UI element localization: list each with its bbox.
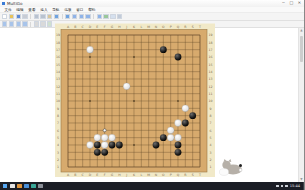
vertical-scrollbar[interactable]: ▲ ▼: [298, 28, 304, 182]
svg-text:19: 19: [208, 33, 212, 37]
svg-text:12: 12: [208, 85, 212, 89]
mini-white-stone: [239, 169, 242, 172]
svg-text:J: J: [125, 173, 127, 177]
svg-text:11: 11: [208, 92, 212, 96]
svg-text:4: 4: [57, 143, 59, 147]
svg-text:4: 4: [209, 143, 211, 147]
white-stone: [101, 142, 108, 149]
white-stone: [167, 134, 174, 141]
black-stone: [175, 54, 182, 61]
app-blue-icon[interactable]: [24, 184, 29, 189]
svg-text:10: 10: [56, 99, 60, 103]
scroll-up-icon[interactable]: ▲: [299, 28, 304, 33]
svg-text:10: 10: [208, 99, 212, 103]
white-stone: [94, 134, 101, 141]
svg-text:1: 1: [209, 165, 211, 169]
svg-text:1: 1: [57, 165, 59, 169]
tray-volume-icon[interactable]: [281, 185, 284, 188]
svg-text:7: 7: [209, 121, 211, 125]
svg-text:3: 3: [209, 151, 211, 155]
svg-text:B: B: [74, 173, 76, 177]
app-orange-icon[interactable]: [17, 184, 22, 189]
svg-text:6: 6: [209, 129, 211, 133]
svg-text:13: 13: [208, 77, 212, 81]
scrollbar-thumb[interactable]: [300, 36, 304, 62]
black-stone: [153, 142, 160, 149]
svg-text:L: L: [140, 173, 142, 177]
svg-text:16: 16: [56, 55, 60, 59]
explorer-icon[interactable]: [10, 184, 15, 189]
svg-text:P: P: [170, 173, 172, 177]
svg-text:2: 2: [209, 158, 211, 162]
white-stone: [87, 142, 94, 149]
svg-text:S: S: [192, 25, 194, 29]
svg-text:7: 7: [57, 121, 59, 125]
app-gray-icon[interactable]: [38, 184, 43, 189]
svg-text:3: 3: [57, 151, 59, 155]
show-desktop-button[interactable]: [303, 182, 305, 190]
svg-text:9: 9: [57, 107, 59, 111]
white-stone: [167, 127, 174, 134]
mini-black-stone: [239, 164, 242, 167]
white-stone: [182, 105, 189, 112]
svg-text:5: 5: [57, 136, 59, 140]
svg-text:11: 11: [56, 92, 60, 96]
svg-text:6: 6: [57, 129, 59, 133]
svg-text:M: M: [147, 173, 150, 177]
taskbar-clock[interactable]: 15:44: [290, 182, 300, 190]
black-stone: [189, 112, 196, 119]
svg-text:14: 14: [56, 70, 60, 74]
system-tray: 15:44: [276, 182, 300, 190]
svg-text:14: 14: [208, 70, 212, 74]
svg-text:19: 19: [56, 33, 60, 37]
white-stone: [109, 134, 116, 141]
black-stone: [160, 134, 167, 141]
start-button[interactable]: [3, 184, 7, 188]
svg-text:E: E: [96, 25, 98, 29]
svg-text:18: 18: [208, 41, 212, 45]
white-stone: [101, 134, 108, 141]
svg-text:L: L: [140, 25, 142, 29]
svg-text:8: 8: [209, 114, 211, 118]
white-stone: [123, 83, 130, 90]
black-stone: [175, 149, 182, 156]
svg-text:17: 17: [208, 48, 212, 52]
svg-text:F: F: [104, 173, 106, 177]
svg-text:J: J: [125, 25, 127, 29]
black-stone: [94, 142, 101, 149]
svg-text:8: 8: [57, 114, 59, 118]
black-stone: [94, 149, 101, 156]
svg-text:5: 5: [209, 136, 211, 140]
black-stone: [101, 149, 108, 156]
svg-text:T: T: [198, 25, 201, 29]
svg-text:12: 12: [56, 85, 60, 89]
svg-text:M: M: [147, 25, 150, 29]
svg-text:2: 2: [57, 158, 59, 162]
svg-text:18: 18: [56, 41, 60, 45]
desktop: MultiGo ─ □ ✕ 文件编辑查看插入导航选项窗口帮助 AABBCCDDE…: [0, 0, 304, 190]
svg-text:17: 17: [56, 48, 60, 52]
svg-text:16: 16: [208, 55, 212, 59]
tray-battery-icon[interactable]: [285, 185, 288, 188]
cat-figurine: [219, 159, 242, 175]
white-stone: [175, 120, 182, 127]
svg-text:9: 9: [209, 107, 211, 111]
black-stone: [116, 142, 123, 149]
taskbar: 15:44: [0, 182, 304, 190]
tray-network-icon[interactable]: [276, 185, 279, 188]
black-stone: [109, 142, 116, 149]
svg-text:15: 15: [208, 63, 212, 67]
svg-text:E: E: [96, 173, 98, 177]
white-stone: [175, 134, 182, 141]
black-stone: [182, 120, 189, 127]
white-stone: [87, 46, 94, 53]
svg-text:F: F: [104, 25, 106, 29]
black-stone: [175, 142, 182, 149]
svg-text:B: B: [74, 25, 76, 29]
svg-text:T: T: [198, 173, 201, 177]
svg-text:S: S: [192, 173, 194, 177]
svg-text:13: 13: [56, 77, 60, 81]
black-stone: [160, 46, 167, 53]
move-marker: [103, 129, 106, 132]
go-board[interactable]: AABBCCDDEEFFGGHHJJKKLLMMNNOOPPQQRRSSTT19…: [0, 0, 304, 190]
app-teal-icon[interactable]: [31, 184, 36, 189]
svg-text:P: P: [170, 25, 172, 29]
svg-text:15: 15: [56, 63, 60, 67]
